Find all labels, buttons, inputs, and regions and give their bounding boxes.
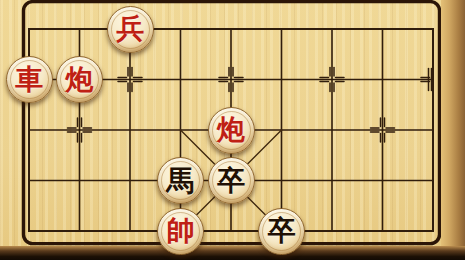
piece-character: 帥 [167,217,195,245]
piece-character: 車 [15,66,43,94]
piece-red-chariot[interactable]: 車 [6,56,53,103]
piece-red-cannon[interactable]: 炮 [208,107,255,154]
piece-character: 卒 [217,167,245,195]
piece-character: 炮 [66,66,94,94]
pieces-layer: 兵車炮炮馬卒帥卒 [4,4,459,257]
xiangqi-board[interactable]: 兵車炮炮馬卒帥卒 [0,0,465,260]
piece-black-soldier[interactable]: 卒 [258,208,305,255]
piece-red-cannon[interactable]: 炮 [56,56,103,103]
piece-character: 兵 [116,15,144,43]
piece-red-general[interactable]: 帥 [157,208,204,255]
piece-character: 卒 [268,217,296,245]
piece-black-soldier[interactable]: 卒 [208,157,255,204]
piece-character: 馬 [167,167,195,195]
piece-black-horse[interactable]: 馬 [157,157,204,204]
piece-character: 炮 [217,116,245,144]
piece-red-soldier[interactable]: 兵 [107,6,154,53]
